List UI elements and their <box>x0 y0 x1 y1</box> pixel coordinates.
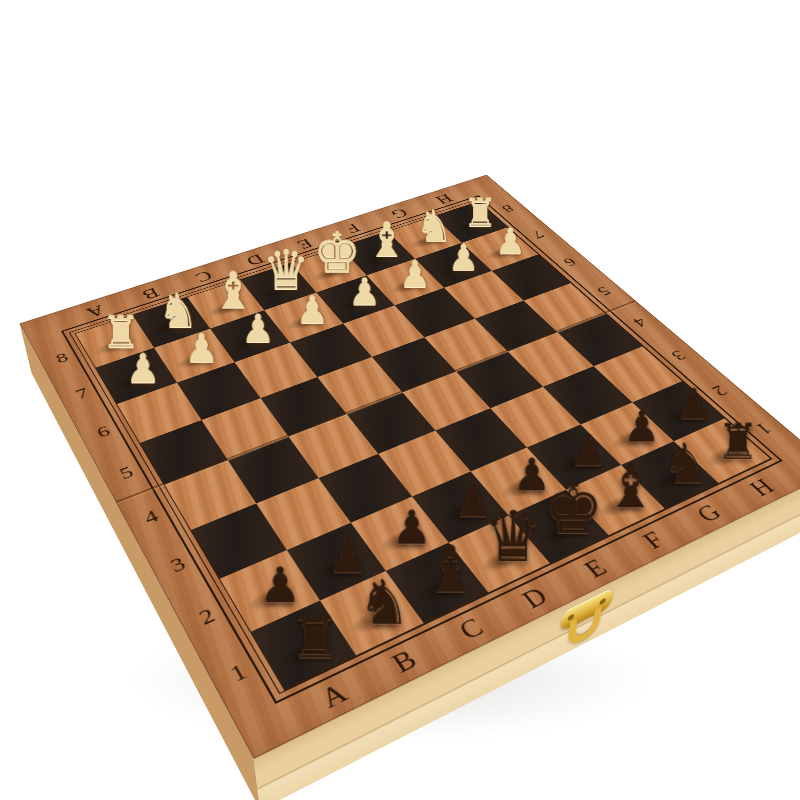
square-b5[interactable] <box>202 398 289 460</box>
square-d4[interactable] <box>347 392 436 453</box>
piece-dark-B-c1[interactable]: ♝ <box>412 530 488 609</box>
square-b4[interactable] <box>228 437 319 504</box>
square-c4[interactable] <box>289 414 379 478</box>
square-a4[interactable] <box>165 460 257 530</box>
scene: 87654321 87654321 ABCDEFGH ABCDEFGH ♜♞♝♛… <box>0 0 800 800</box>
piece-dark-N-b1[interactable]: ♞ <box>345 560 423 641</box>
piece-dark-R-a1[interactable]: ♜ <box>275 591 355 674</box>
square-a5[interactable] <box>140 420 228 485</box>
chess-set-photo: { "game": "chess", "scene": "folding woo… <box>0 0 800 800</box>
